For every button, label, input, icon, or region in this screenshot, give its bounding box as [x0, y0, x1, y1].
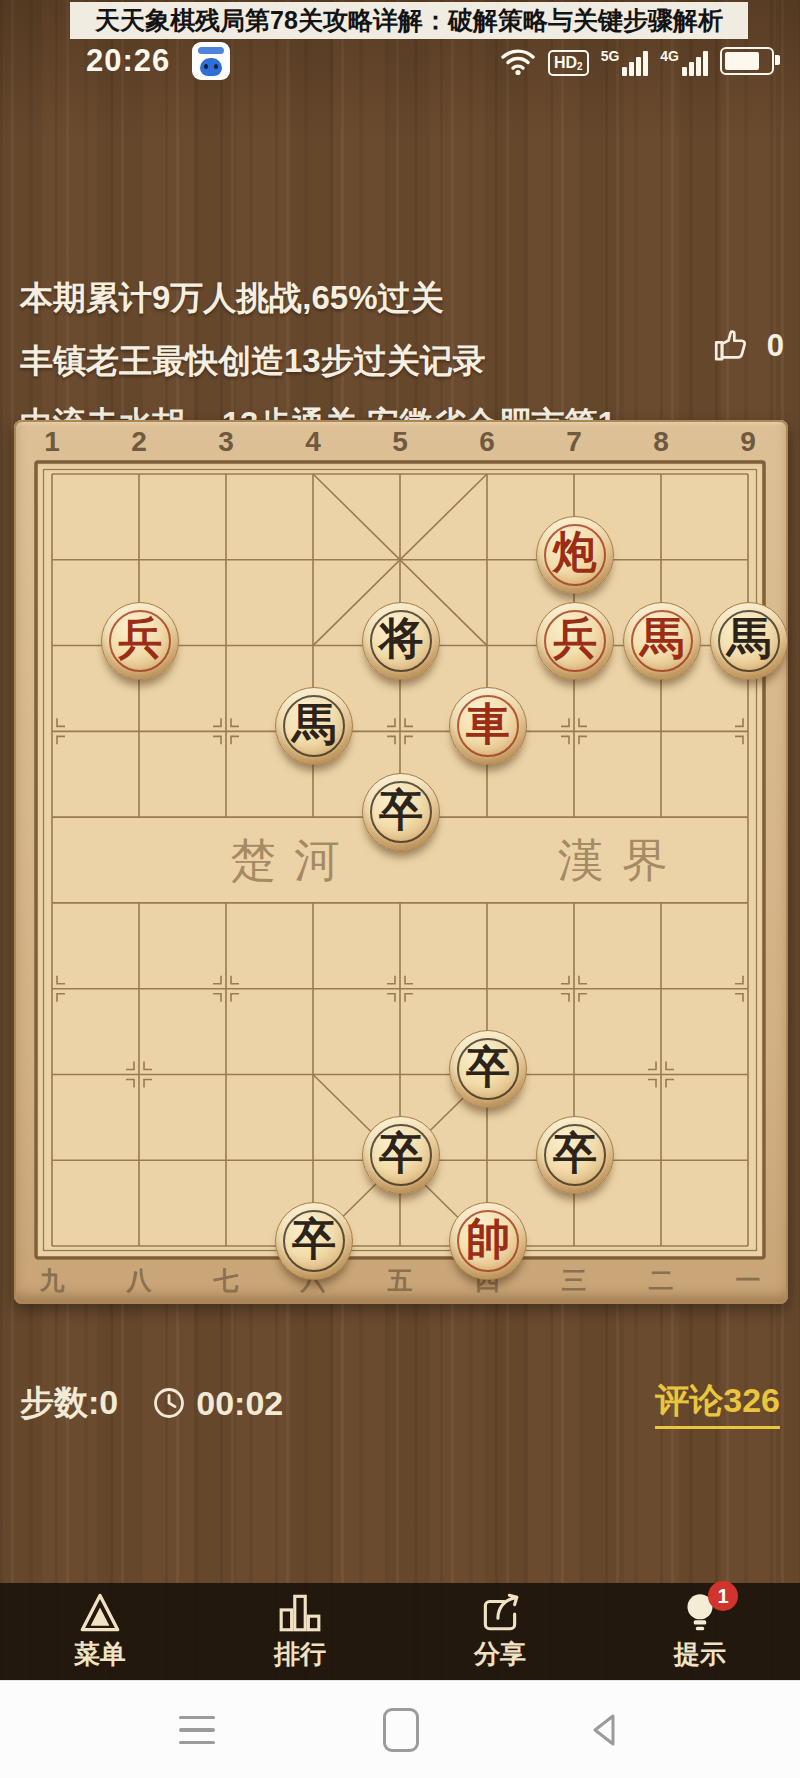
- bottom-nav: 菜单 排行 分享 1 提示: [0, 1583, 800, 1680]
- position-marker: [387, 718, 395, 726]
- file-label: 八: [123, 1264, 155, 1297]
- file-label: 五: [384, 1264, 416, 1297]
- position-marker: [144, 1079, 152, 1087]
- position-marker: [405, 976, 413, 984]
- position-marker: [579, 718, 587, 726]
- nav-ranking-button[interactable]: 排行: [240, 1591, 360, 1672]
- position-marker: [231, 718, 239, 726]
- position-marker: [213, 994, 221, 1002]
- wifi-icon: [500, 46, 536, 76]
- position-marker: [735, 976, 743, 984]
- nav-label: 菜单: [74, 1637, 126, 1672]
- stats-line-1: 本期累计9万人挑战,65%过关: [20, 266, 616, 329]
- file-label: 7: [558, 426, 590, 458]
- file-label: 4: [297, 426, 329, 458]
- position-marker: [666, 633, 674, 641]
- position-marker: [213, 718, 221, 726]
- thumbs-up-icon: [711, 326, 753, 366]
- position-marker: [666, 1061, 674, 1069]
- stats-line-2: 丰镇老王最快创造13步过关记录: [20, 329, 616, 392]
- position-marker: [126, 1061, 134, 1069]
- nav-label: 排行: [274, 1637, 326, 1672]
- file-label: 九: [36, 1264, 68, 1297]
- position-marker: [648, 1061, 656, 1069]
- nav-label: 分享: [474, 1637, 526, 1672]
- board-panel[interactable]: 楚河漢界: [34, 460, 766, 1260]
- position-marker: [648, 651, 656, 659]
- battery-icon: [720, 47, 774, 75]
- android-back-icon[interactable]: [587, 1710, 621, 1750]
- position-marker: [735, 736, 743, 744]
- xiangqi-board[interactable]: 123456789 楚河漢界 九八七六五四三二一: [14, 420, 788, 1304]
- position-marker: [561, 994, 569, 1002]
- hint-badge: 1: [708, 1581, 738, 1611]
- position-marker: [405, 718, 413, 726]
- position-marker: [213, 736, 221, 744]
- share-icon: [477, 1591, 523, 1633]
- clock-time: 20:26: [86, 43, 170, 79]
- android-nav-bar: [0, 1680, 800, 1778]
- file-label: 三: [558, 1264, 590, 1297]
- status-bar: 20:26 HD2 5G 4G: [0, 40, 800, 82]
- file-label: 七: [210, 1264, 242, 1297]
- position-marker: [666, 1079, 674, 1087]
- position-marker: [57, 976, 65, 984]
- file-label: 9: [732, 426, 764, 458]
- position-marker: [213, 976, 221, 984]
- file-label: 6: [471, 426, 503, 458]
- position-marker: [405, 736, 413, 744]
- position-marker: [387, 976, 395, 984]
- position-marker: [579, 736, 587, 744]
- bar-chart-icon: [277, 1591, 323, 1633]
- file-label: 六: [297, 1264, 329, 1297]
- menu-logo-icon: [77, 1591, 123, 1633]
- like-count: 0: [767, 328, 784, 364]
- position-marker: [561, 736, 569, 744]
- page-title: 天天象棋残局第78关攻略详解：破解策略与关键步骤解析: [70, 2, 748, 39]
- river-text: 漢界: [558, 835, 686, 886]
- position-marker: [387, 736, 395, 744]
- position-marker: [144, 1061, 152, 1069]
- game-stats-bar: 步数:0 00:02 评论326: [20, 1378, 780, 1428]
- file-label: 2: [123, 426, 155, 458]
- position-marker: [144, 651, 152, 659]
- move-count: 步数:0: [20, 1380, 118, 1426]
- river-text: 楚河: [230, 835, 358, 886]
- position-marker: [579, 976, 587, 984]
- position-marker: [231, 994, 239, 1002]
- position-marker: [579, 994, 587, 1002]
- file-label: 8: [645, 426, 677, 458]
- position-marker: [231, 976, 239, 984]
- position-marker: [666, 651, 674, 659]
- position-marker: [126, 651, 134, 659]
- like-button[interactable]: 0: [711, 326, 784, 366]
- position-marker: [735, 718, 743, 726]
- position-marker: [561, 976, 569, 984]
- position-marker: [126, 1079, 134, 1087]
- position-marker: [144, 633, 152, 641]
- file-label: 3: [210, 426, 242, 458]
- android-menu-icon[interactable]: [179, 1716, 215, 1745]
- nav-hint-button[interactable]: 1 提示: [640, 1591, 760, 1672]
- nav-menu-button[interactable]: 菜单: [40, 1591, 160, 1672]
- position-marker: [126, 633, 134, 641]
- file-label: 5: [384, 426, 416, 458]
- comments-link[interactable]: 评论326: [655, 1378, 780, 1429]
- position-marker: [561, 718, 569, 726]
- position-marker: [57, 718, 65, 726]
- android-home-icon[interactable]: [383, 1708, 419, 1752]
- app-badge-icon: [192, 42, 230, 80]
- signal-5g-icon: 5G: [601, 46, 649, 76]
- position-marker: [648, 633, 656, 641]
- position-marker: [231, 736, 239, 744]
- file-label: 四: [471, 1264, 503, 1297]
- file-label: 一: [732, 1264, 764, 1297]
- position-marker: [387, 994, 395, 1002]
- nav-label: 提示: [674, 1637, 726, 1672]
- position-marker: [57, 736, 65, 744]
- signal-4g-icon: 4G: [660, 46, 708, 76]
- hd-voice-icon: HD2: [548, 50, 589, 76]
- file-label: 二: [645, 1264, 677, 1297]
- position-marker: [57, 994, 65, 1002]
- timer-icon: [152, 1386, 186, 1420]
- position-marker: [735, 994, 743, 1002]
- position-marker: [648, 1079, 656, 1087]
- nav-share-button[interactable]: 分享: [440, 1591, 560, 1672]
- app-screen: 天天象棋残局第78关攻略详解：破解策略与关键步骤解析 20:26 HD2 5G …: [0, 0, 800, 1778]
- timer-value: 00:02: [196, 1384, 283, 1423]
- board-grid: 楚河漢界: [34, 460, 766, 1260]
- file-label: 1: [36, 426, 68, 458]
- position-marker: [405, 994, 413, 1002]
